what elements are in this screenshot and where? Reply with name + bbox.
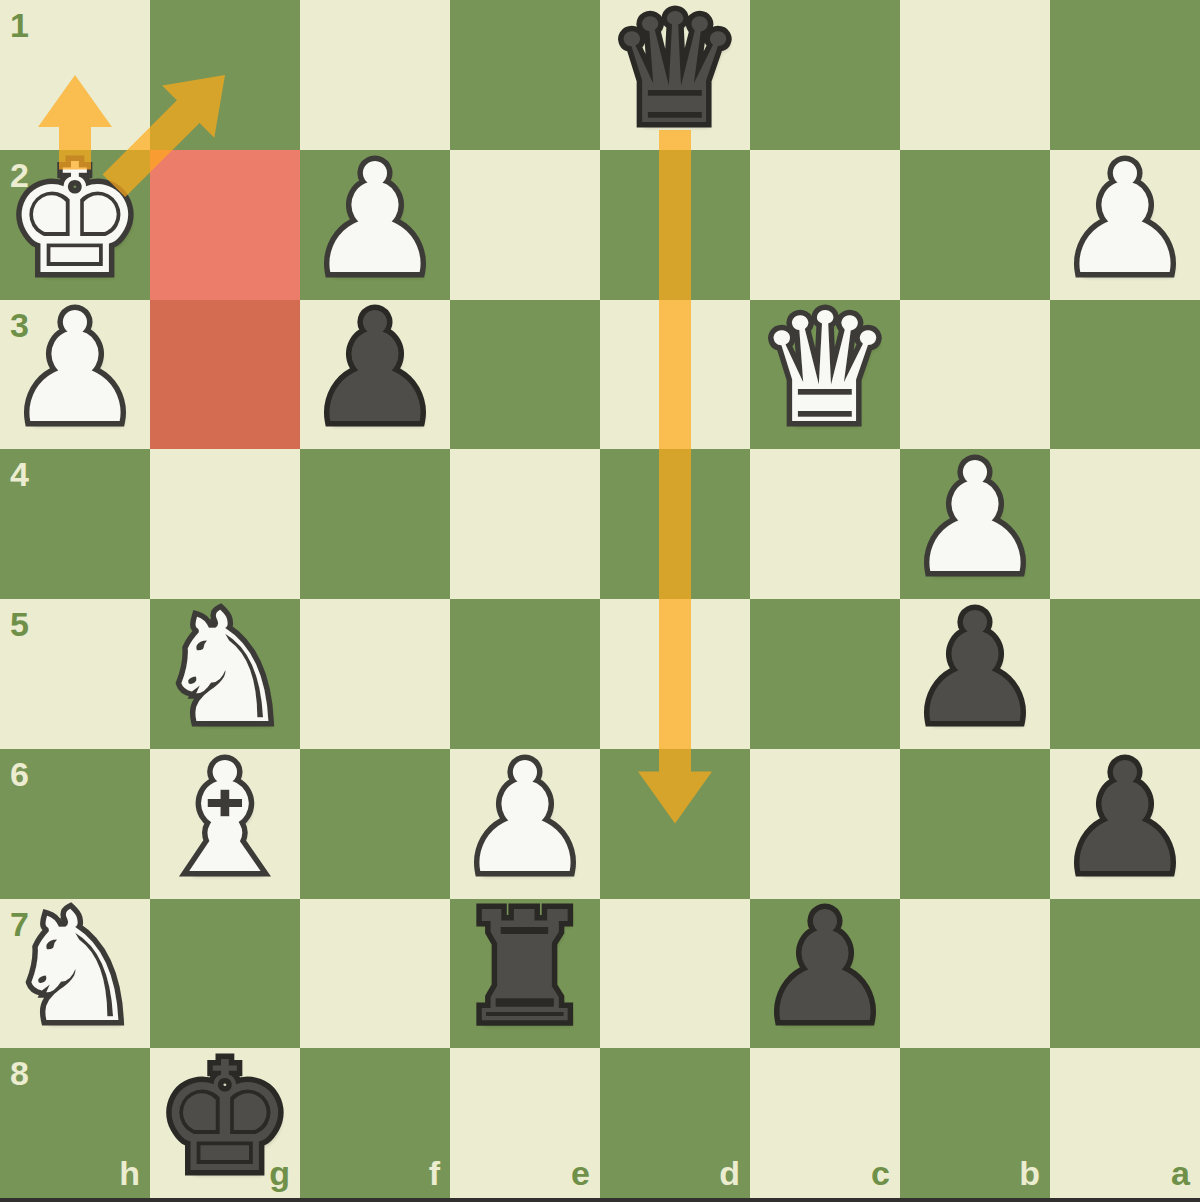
square-f4[interactable] bbox=[300, 449, 450, 599]
square-b6[interactable] bbox=[900, 749, 1050, 899]
square-b3[interactable] bbox=[900, 300, 1050, 450]
square-c5[interactable] bbox=[750, 599, 900, 749]
file-label-d: d bbox=[719, 1156, 740, 1190]
square-f6[interactable] bbox=[300, 749, 450, 899]
rank-label-4: 4 bbox=[10, 457, 29, 491]
chess-board: 12345678hgfedcba bbox=[0, 0, 1200, 1198]
piece-white-bishop-g6[interactable] bbox=[150, 749, 300, 899]
square-b1[interactable] bbox=[900, 0, 1050, 150]
square-g2[interactable] bbox=[150, 150, 300, 300]
square-c1[interactable] bbox=[750, 0, 900, 150]
file-label-f: f bbox=[429, 1156, 440, 1190]
square-f2[interactable] bbox=[300, 150, 450, 300]
rank-label-8: 8 bbox=[10, 1056, 29, 1090]
square-b5[interactable] bbox=[900, 599, 1050, 749]
square-e3[interactable] bbox=[450, 300, 600, 450]
square-g4[interactable] bbox=[150, 449, 300, 599]
square-c8[interactable]: c bbox=[750, 1048, 900, 1198]
piece-white-pawn-e6[interactable] bbox=[450, 749, 600, 899]
square-b8[interactable]: b bbox=[900, 1048, 1050, 1198]
highlight-red-g3 bbox=[150, 300, 300, 450]
square-a2[interactable] bbox=[1050, 150, 1200, 300]
square-f8[interactable]: f bbox=[300, 1048, 450, 1198]
square-a6[interactable] bbox=[1050, 749, 1200, 899]
square-g5[interactable] bbox=[150, 599, 300, 749]
square-h2[interactable]: 2 bbox=[0, 150, 150, 300]
rank-label-1: 1 bbox=[10, 8, 29, 42]
square-d8[interactable]: d bbox=[600, 1048, 750, 1198]
highlight-red-g2 bbox=[150, 150, 300, 300]
square-e6[interactable] bbox=[450, 749, 600, 899]
square-a3[interactable] bbox=[1050, 300, 1200, 450]
square-d2[interactable] bbox=[600, 150, 750, 300]
square-g7[interactable] bbox=[150, 899, 300, 1049]
piece-black-pawn-b5[interactable] bbox=[900, 599, 1050, 749]
square-d7[interactable] bbox=[600, 899, 750, 1049]
square-g1[interactable] bbox=[150, 0, 300, 150]
square-h7[interactable]: 7 bbox=[0, 899, 150, 1049]
square-a7[interactable] bbox=[1050, 899, 1200, 1049]
square-a5[interactable] bbox=[1050, 599, 1200, 749]
file-label-h: h bbox=[119, 1156, 140, 1190]
piece-black-rook-e7[interactable] bbox=[450, 899, 600, 1049]
piece-black-pawn-a6[interactable] bbox=[1050, 749, 1200, 899]
file-label-c: c bbox=[871, 1156, 890, 1190]
square-e1[interactable] bbox=[450, 0, 600, 150]
square-c6[interactable] bbox=[750, 749, 900, 899]
piece-white-pawn-h3[interactable] bbox=[0, 300, 150, 450]
chessboard-stage: 12345678hgfedcba bbox=[0, 0, 1200, 1202]
piece-white-pawn-b4[interactable] bbox=[900, 449, 1050, 599]
square-e4[interactable] bbox=[450, 449, 600, 599]
square-f1[interactable] bbox=[300, 0, 450, 150]
square-g6[interactable] bbox=[150, 749, 300, 899]
square-c4[interactable] bbox=[750, 449, 900, 599]
square-a1[interactable] bbox=[1050, 0, 1200, 150]
square-c7[interactable] bbox=[750, 899, 900, 1049]
square-f3[interactable] bbox=[300, 300, 450, 450]
square-e2[interactable] bbox=[450, 150, 600, 300]
file-label-b: b bbox=[1019, 1156, 1040, 1190]
piece-black-pawn-c7[interactable] bbox=[750, 899, 900, 1049]
board-bottom-edge bbox=[0, 1198, 1200, 1202]
square-a8[interactable]: a bbox=[1050, 1048, 1200, 1198]
piece-white-pawn-f2[interactable] bbox=[300, 150, 450, 300]
piece-white-queen-c3[interactable] bbox=[750, 300, 900, 450]
piece-white-knight-h7[interactable] bbox=[0, 899, 150, 1049]
square-g8[interactable]: g bbox=[150, 1048, 300, 1198]
piece-black-king-g8[interactable] bbox=[150, 1048, 300, 1198]
square-h3[interactable]: 3 bbox=[0, 300, 150, 450]
square-e7[interactable] bbox=[450, 899, 600, 1049]
square-f5[interactable] bbox=[300, 599, 450, 749]
square-b2[interactable] bbox=[900, 150, 1050, 300]
square-e5[interactable] bbox=[450, 599, 600, 749]
square-d4[interactable] bbox=[600, 449, 750, 599]
rank-label-6: 6 bbox=[10, 757, 29, 791]
square-h5[interactable]: 5 bbox=[0, 599, 150, 749]
square-b7[interactable] bbox=[900, 899, 1050, 1049]
square-e8[interactable]: e bbox=[450, 1048, 600, 1198]
square-d3[interactable] bbox=[600, 300, 750, 450]
piece-black-queen-d1[interactable] bbox=[600, 0, 750, 150]
file-label-e: e bbox=[571, 1156, 590, 1190]
piece-white-king-h2[interactable] bbox=[0, 150, 150, 300]
square-a4[interactable] bbox=[1050, 449, 1200, 599]
square-h4[interactable]: 4 bbox=[0, 449, 150, 599]
square-c2[interactable] bbox=[750, 150, 900, 300]
square-d6[interactable] bbox=[600, 749, 750, 899]
square-b4[interactable] bbox=[900, 449, 1050, 599]
square-h6[interactable]: 6 bbox=[0, 749, 150, 899]
square-d1[interactable] bbox=[600, 0, 750, 150]
piece-white-knight-g5[interactable] bbox=[150, 599, 300, 749]
square-c3[interactable] bbox=[750, 300, 900, 450]
piece-white-pawn-a2[interactable] bbox=[1050, 150, 1200, 300]
rank-label-5: 5 bbox=[10, 607, 29, 641]
square-h8[interactable]: 8h bbox=[0, 1048, 150, 1198]
square-h1[interactable]: 1 bbox=[0, 0, 150, 150]
piece-black-pawn-f3[interactable] bbox=[300, 300, 450, 450]
square-d5[interactable] bbox=[600, 599, 750, 749]
file-label-a: a bbox=[1171, 1156, 1190, 1190]
square-g3[interactable] bbox=[150, 300, 300, 450]
square-f7[interactable] bbox=[300, 899, 450, 1049]
